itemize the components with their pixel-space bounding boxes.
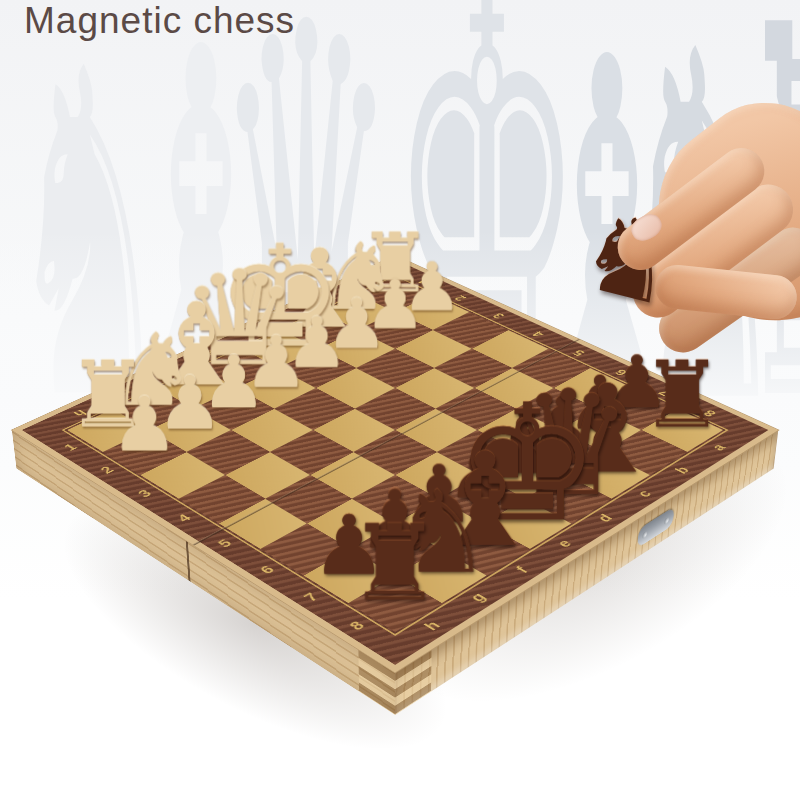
rook-glyph: ♜ (348, 512, 442, 617)
hand: ♞ (575, 118, 800, 353)
page-title: Magnetic chess (24, 0, 295, 42)
stage: ♞♝♛♚♝♞♜ 8877665544332211aabbccddeeffgghh… (0, 0, 800, 800)
piece-white-pawn-h2[interactable]: ♟ (73, 388, 215, 452)
fold-seam-side (186, 540, 191, 582)
piece-black-rook-h8[interactable]: ♜ (315, 514, 474, 603)
pawn-glyph: ♟ (111, 386, 179, 461)
